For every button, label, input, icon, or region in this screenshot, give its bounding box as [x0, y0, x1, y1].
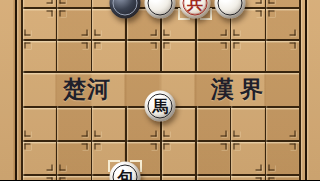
point-marker [255, 0, 274, 17]
board-border-left [15, 0, 17, 180]
piece-top-ivory-piece-left[interactable] [145, 0, 176, 19]
grid-line [21, 71, 299, 73]
piece-top-ivory-piece-right[interactable] [214, 0, 245, 19]
river-label-right: 漢界 [211, 77, 269, 100]
piece-red-soldier[interactable]: 兵 [180, 0, 211, 19]
point-marker [290, 30, 309, 49]
piece-horse[interactable]: 馬 [145, 91, 176, 122]
point-marker [81, 30, 100, 49]
river-label-left: 楚河 [63, 77, 111, 100]
point-marker [46, 0, 65, 17]
piece-top-dark-piece[interactable] [110, 0, 141, 19]
point-marker [220, 131, 239, 150]
point-marker [151, 30, 170, 49]
point-marker [46, 165, 65, 181]
grid-line [21, 0, 23, 180]
point-marker [12, 131, 31, 150]
point-marker [151, 131, 170, 150]
xiangqi-board[interactable]: 楚河 漢界 兵馬包 [0, 0, 320, 180]
grid-line [299, 0, 301, 180]
point-marker [12, 30, 31, 49]
board-border-right [305, 0, 307, 180]
point-marker [220, 30, 239, 49]
point-marker [290, 131, 309, 150]
piece-cannon[interactable]: 包 [110, 162, 141, 181]
point-marker [255, 165, 274, 181]
point-marker [81, 131, 100, 150]
grid-line [195, 106, 197, 180]
